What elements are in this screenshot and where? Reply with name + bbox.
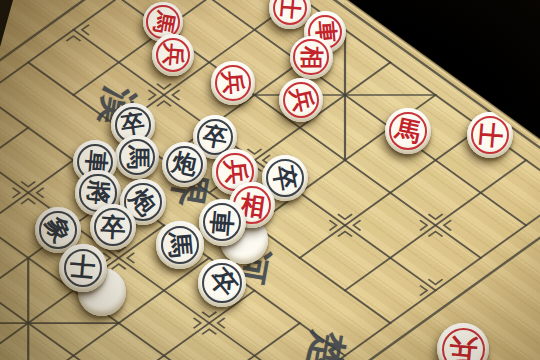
piece-character: 士 — [465, 110, 516, 161]
piece-red-soldier[interactable]: 兵 — [279, 78, 323, 122]
piece-red-elephant[interactable]: 相 — [290, 36, 333, 79]
piece-red-horse[interactable]: 馬 — [385, 108, 431, 154]
piece-black-horse[interactable]: 馬 — [156, 221, 203, 268]
piece-character: 馬 — [381, 104, 435, 158]
piece-character: 兵 — [150, 32, 195, 77]
piece-black-chariot[interactable]: 車 — [199, 199, 246, 246]
piece-character: 兵 — [275, 74, 327, 126]
piece-character: 兵 — [210, 60, 257, 107]
piece-character: 馬 — [154, 219, 205, 270]
piece-character: 相 — [290, 36, 333, 79]
piece-black-soldier[interactable]: 卒 — [90, 204, 136, 250]
piece-red-soldier[interactable]: 兵 — [437, 323, 490, 360]
piece-black-advisor[interactable]: 士 — [59, 244, 106, 291]
piece-character: 車 — [197, 197, 248, 248]
piece-red-advisor[interactable]: 士 — [467, 112, 514, 159]
piece-character: 兵 — [435, 321, 492, 360]
piece-black-cannon[interactable]: 炮 — [162, 142, 207, 187]
piece-red-soldier[interactable]: 兵 — [211, 61, 254, 104]
piece-red-soldier[interactable]: 兵 — [152, 34, 194, 76]
photo-stage: 楚河漢界 馬士車相兵兵兵馬士兵相兵卒卒車馬炮卒將炮象卒車馬士卒 — [0, 0, 540, 360]
piece-character: 士 — [57, 242, 108, 293]
piece-black-soldier[interactable]: 卒 — [198, 259, 247, 308]
piece-character: 卒 — [89, 203, 138, 252]
